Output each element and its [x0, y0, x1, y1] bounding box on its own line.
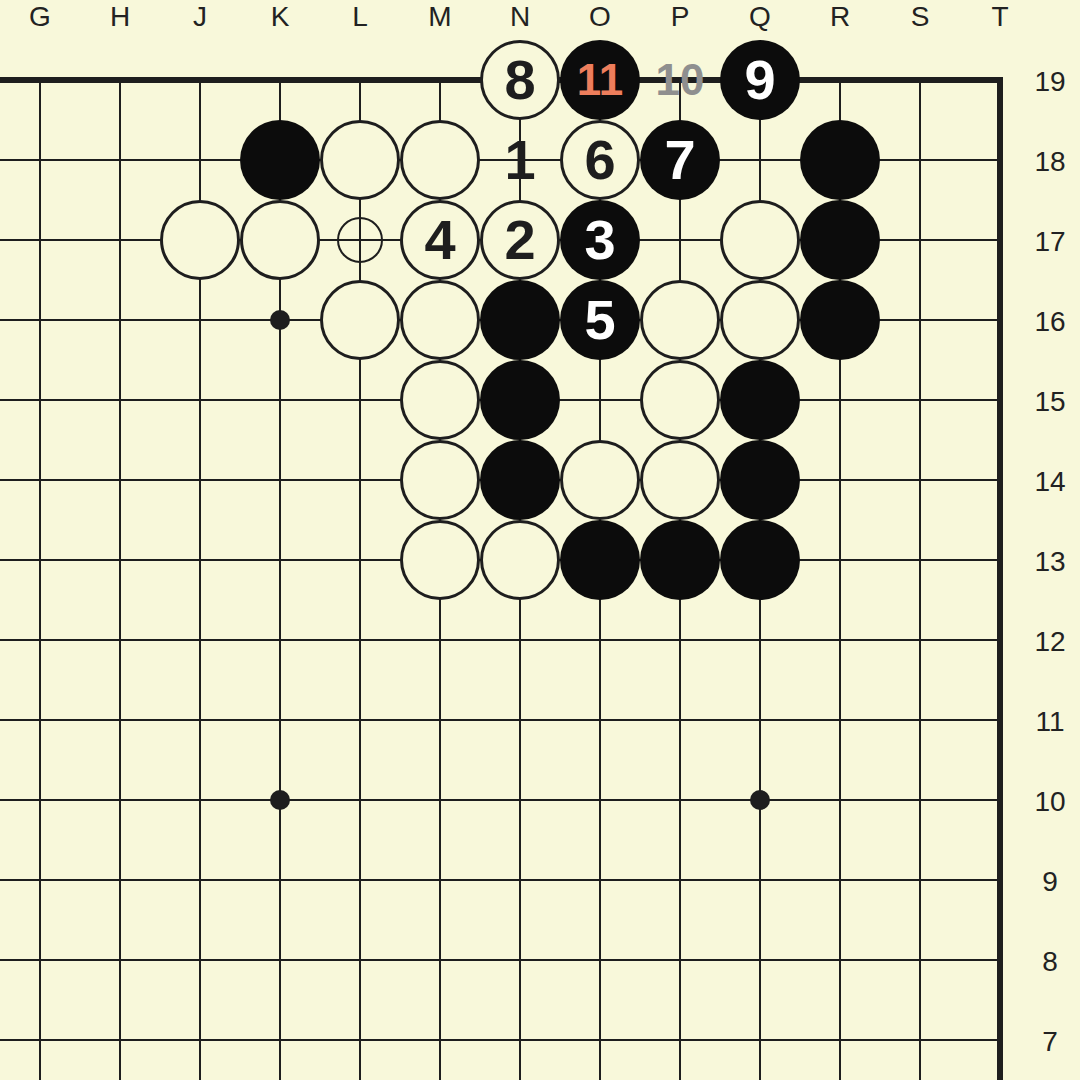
move-number-6: 6	[584, 132, 615, 188]
circle-marker-L17	[337, 217, 383, 263]
column-label-H: H	[110, 1, 130, 33]
grid-line-row-10	[0, 799, 1003, 801]
stone-white-Q17[interactable]	[720, 200, 800, 280]
stone-black-P13[interactable]	[640, 520, 720, 600]
stone-white-M15[interactable]	[400, 360, 480, 440]
grid-line-row-8	[0, 959, 1003, 961]
stone-black-Q14[interactable]	[720, 440, 800, 520]
star-point-K16	[270, 310, 290, 330]
column-label-P: P	[671, 1, 690, 33]
move-2-white-N17[interactable]: 2	[480, 200, 560, 280]
move-number-8: 8	[504, 52, 535, 108]
grid-line-row-9	[0, 879, 1003, 881]
stone-white-P16[interactable]	[640, 280, 720, 360]
grid-line-row-11	[0, 719, 1003, 721]
row-label-16: 16	[1034, 306, 1065, 338]
star-point-K10	[270, 790, 290, 810]
column-label-J: J	[193, 1, 207, 33]
stone-white-Q16[interactable]	[720, 280, 800, 360]
column-label-O: O	[589, 1, 611, 33]
stone-black-R17[interactable]	[800, 200, 880, 280]
move-number-9: 9	[744, 52, 775, 108]
column-label-T: T	[991, 1, 1008, 33]
move-4-white-M17[interactable]: 4	[400, 200, 480, 280]
move-7-black-P18[interactable]: 7	[640, 120, 720, 200]
stone-white-M14[interactable]	[400, 440, 480, 520]
row-label-8: 8	[1042, 946, 1058, 978]
stone-black-Q13[interactable]	[720, 520, 800, 600]
move-number-4: 4	[424, 212, 455, 268]
move-number-2: 2	[504, 212, 535, 268]
stone-white-P14[interactable]	[640, 440, 720, 520]
stone-white-K17[interactable]	[240, 200, 320, 280]
stone-black-R16[interactable]	[800, 280, 880, 360]
row-label-7: 7	[1042, 1026, 1058, 1058]
stone-white-O14[interactable]	[560, 440, 640, 520]
column-label-M: M	[428, 1, 451, 33]
move-number-7: 7	[664, 132, 695, 188]
row-label-13: 13	[1034, 546, 1065, 578]
move-11-black-O19[interactable]: 11	[560, 40, 640, 120]
stone-black-Q15[interactable]	[720, 360, 800, 440]
stone-black-N15[interactable]	[480, 360, 560, 440]
move-number-3: 3	[584, 212, 615, 268]
row-label-9: 9	[1042, 866, 1058, 898]
row-label-14: 14	[1034, 466, 1065, 498]
stone-black-N16[interactable]	[480, 280, 560, 360]
column-label-G: G	[29, 1, 51, 33]
move-number-11: 11	[577, 58, 624, 102]
row-label-18: 18	[1034, 146, 1065, 178]
move-8-white-N19[interactable]: 8	[480, 40, 560, 120]
stone-white-L18[interactable]	[320, 120, 400, 200]
stone-black-O13[interactable]	[560, 520, 640, 600]
stone-white-P15[interactable]	[640, 360, 720, 440]
move-5-black-O16[interactable]: 5	[560, 280, 640, 360]
grid-line-row-12	[0, 639, 1003, 641]
row-label-10: 10	[1034, 786, 1065, 818]
row-label-19: 19	[1034, 66, 1065, 98]
column-label-K: K	[271, 1, 290, 33]
grid-line-row-7	[0, 1039, 1003, 1041]
move-6-white-O18[interactable]: 6	[560, 120, 640, 200]
column-label-R: R	[830, 1, 850, 33]
row-label-15: 15	[1034, 386, 1065, 418]
stone-white-M13[interactable]	[400, 520, 480, 600]
stone-white-L16[interactable]	[320, 280, 400, 360]
stone-black-K18[interactable]	[240, 120, 320, 200]
star-point-Q10	[750, 790, 770, 810]
captured-move-10-P19: 10	[640, 40, 720, 120]
stone-white-M18[interactable]	[400, 120, 480, 200]
grid-line-col-G	[39, 77, 41, 1080]
move-number-5: 5	[584, 292, 615, 348]
move-3-black-O17[interactable]: 3	[560, 200, 640, 280]
column-label-L: L	[352, 1, 368, 33]
captured-move-1-N18: 1	[480, 120, 560, 200]
column-label-N: N	[510, 1, 530, 33]
row-label-11: 11	[1035, 706, 1064, 738]
column-label-S: S	[911, 1, 930, 33]
column-label-Q: Q	[749, 1, 771, 33]
grid-line-col-H	[119, 77, 121, 1080]
grid-line-col-S	[919, 77, 921, 1080]
stone-white-M16[interactable]	[400, 280, 480, 360]
go-board[interactable]: GHJKLMNOPQRST191817161514131211109871234…	[0, 0, 1080, 1080]
stone-black-N14[interactable]	[480, 440, 560, 520]
stone-white-J17[interactable]	[160, 200, 240, 280]
move-9-black-Q19[interactable]: 9	[720, 40, 800, 120]
row-label-17: 17	[1034, 226, 1065, 258]
row-label-12: 12	[1034, 626, 1065, 658]
grid-line-col-T	[997, 77, 1003, 1080]
stone-black-R18[interactable]	[800, 120, 880, 200]
stone-white-N13[interactable]	[480, 520, 560, 600]
